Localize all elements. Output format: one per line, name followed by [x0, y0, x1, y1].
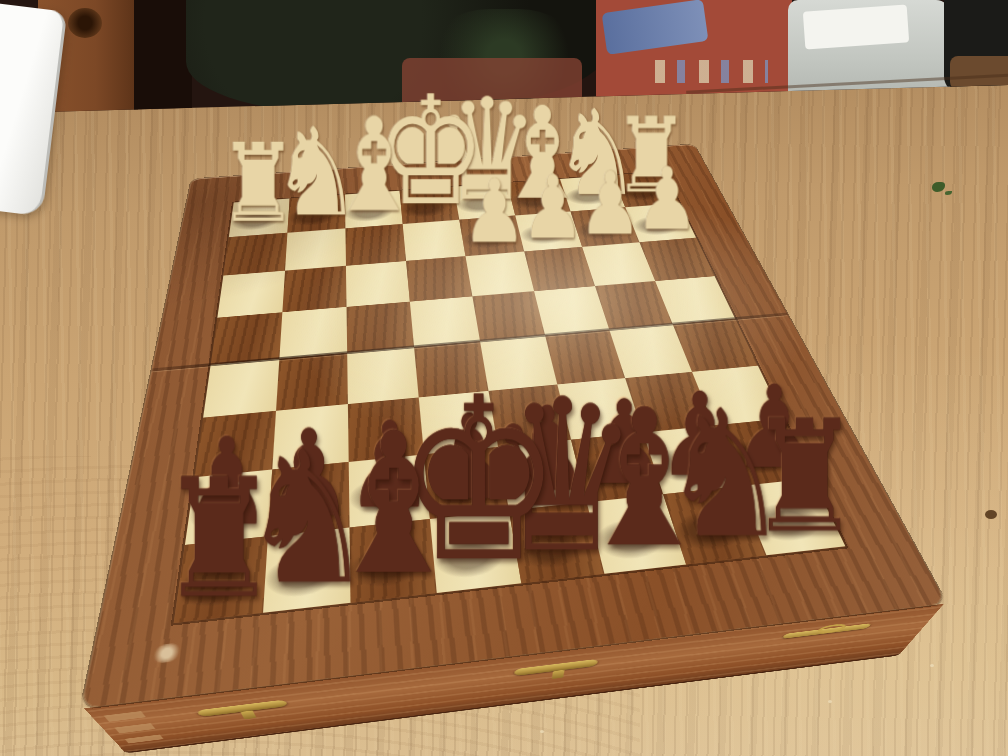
dovetail-joints [103, 711, 163, 744]
piece-shadow [576, 453, 648, 492]
wood-knot [68, 8, 102, 38]
square-e1: ♚ [400, 187, 460, 224]
frame-scuff-mark [151, 642, 182, 664]
photo-of-chess-set: ♜♞♝♚♛♝♞♜♟♟♟♟♟♟♟♟♟♟♟♟♜♞♝♚♛♝♞♜ [0, 0, 1008, 756]
piece-shadow [501, 460, 571, 500]
square-g5 [276, 353, 348, 411]
square-f8: ♝ [350, 519, 437, 603]
chess-board: ♜♞♝♚♛♝♞♜♟♟♟♟♟♟♟♟♟♟♟♟♜♞♝♚♛♝♞♜ [174, 172, 846, 623]
square-f6 [348, 397, 424, 461]
brass-latch-center [515, 659, 599, 676]
piece-shadow [349, 475, 416, 516]
piece-shadow [176, 561, 253, 610]
piece-shadow [616, 182, 668, 202]
square-g7: ♟ [268, 462, 350, 536]
piece-shadow [592, 517, 669, 562]
dust-speck [930, 664, 934, 667]
square-e3 [406, 256, 472, 301]
square-h5 [203, 359, 279, 418]
square-a6 [692, 366, 784, 426]
piece-shadow [288, 206, 336, 227]
piece-shadow [426, 468, 495, 508]
piece-shadow [649, 445, 722, 484]
piece-shadow [264, 552, 337, 600]
square-d4 [472, 291, 545, 341]
square-b7: ♟ [643, 426, 738, 495]
table-knot [985, 510, 997, 519]
square-e4 [410, 296, 480, 346]
square-c2: ♟ [515, 211, 582, 251]
square-e8: ♚ [430, 511, 521, 593]
piece-shadow [187, 491, 259, 533]
piece-shadow [432, 534, 506, 580]
square-f1: ♝ [345, 191, 403, 229]
square-g4 [279, 307, 347, 359]
square-f2 [345, 224, 406, 266]
piece-shadow [461, 227, 513, 250]
square-d3 [466, 252, 535, 297]
green-plant-speck [932, 182, 945, 192]
box-side-panel [84, 604, 945, 754]
square-f7: ♟ [349, 454, 430, 527]
brass-latch-left [196, 699, 288, 716]
piece-shadow [574, 219, 628, 241]
piece-shadow [269, 483, 337, 525]
piece-shadow [350, 543, 422, 590]
square-c3 [524, 247, 595, 291]
dust-speck [540, 730, 544, 733]
square-d7: ♟ [498, 440, 587, 511]
piece-shadow [630, 215, 685, 237]
square-e7: ♟ [424, 447, 509, 519]
piece-shadow [747, 500, 827, 543]
square-b2: ♟ [571, 207, 640, 247]
dark-bag [944, 0, 1008, 94]
piece-shadow [518, 223, 571, 245]
paper-in-bin [803, 4, 909, 49]
square-d6 [489, 384, 572, 447]
square-d1: ♛ [454, 183, 516, 220]
square-a2: ♟ [625, 203, 696, 242]
square-f3 [346, 261, 410, 307]
square-e6 [419, 391, 498, 454]
square-h1: ♜ [229, 199, 290, 238]
square-d5 [480, 335, 557, 391]
dust-speck [828, 700, 832, 703]
piece-shadow [721, 438, 796, 476]
square-g2 [285, 228, 346, 270]
piece-shadow [670, 509, 749, 553]
piece-shadow [510, 190, 560, 210]
piece-shadow [401, 198, 450, 219]
square-h2 [223, 233, 287, 276]
square-h7: ♟ [185, 469, 272, 545]
square-c1: ♝ [507, 179, 570, 215]
square-g1: ♞ [287, 195, 345, 233]
square-f4 [347, 302, 415, 353]
square-e2 [403, 220, 466, 261]
brass-keep-plate-right [782, 623, 872, 639]
square-a1: ♜ [612, 172, 679, 208]
folding-chess-box: ♜♞♝♚♛♝♞♜♟♟♟♟♟♟♟♟♟♟♟♟♜♞♝♚♛♝♞♜ [81, 144, 947, 709]
piece-shadow [455, 194, 505, 215]
square-e5 [414, 341, 488, 397]
square-f5 [347, 347, 419, 404]
square-h8: ♜ [174, 536, 268, 623]
piece-shadow [230, 210, 280, 232]
square-h3 [217, 270, 285, 317]
square-g6 [272, 404, 348, 469]
square-g8: ♞ [263, 528, 351, 613]
square-g3 [282, 266, 346, 313]
chess-box-scene: ♜♞♝♚♛♝♞♜♟♟♟♟♟♟♟♟♟♟♟♟♜♞♝♚♛♝♞♜ [160, 21, 800, 661]
square-h6 [195, 411, 276, 477]
square-d2: ♟ [459, 216, 524, 257]
piece-shadow [345, 202, 393, 223]
piece-shadow [563, 186, 614, 206]
piece-shadow [513, 526, 589, 571]
